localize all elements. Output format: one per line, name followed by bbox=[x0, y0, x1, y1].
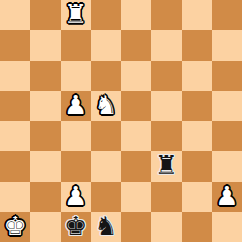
square-b4[interactable] bbox=[30, 121, 60, 151]
square-c1[interactable]: ♚ bbox=[61, 212, 91, 242]
square-c3[interactable] bbox=[61, 151, 91, 181]
square-g5[interactable] bbox=[182, 91, 212, 121]
square-h5[interactable] bbox=[212, 91, 242, 121]
square-c8[interactable]: ♜ bbox=[61, 0, 91, 30]
square-a2[interactable] bbox=[0, 182, 30, 212]
square-b6[interactable] bbox=[30, 61, 60, 91]
square-a7[interactable] bbox=[0, 30, 30, 60]
square-g2[interactable] bbox=[182, 182, 212, 212]
black-rook-f3[interactable]: ♜ bbox=[155, 151, 178, 180]
square-e4[interactable] bbox=[121, 121, 151, 151]
black-king-c1[interactable]: ♚ bbox=[64, 212, 87, 241]
square-d7[interactable] bbox=[91, 30, 121, 60]
square-b5[interactable] bbox=[30, 91, 60, 121]
square-f4[interactable] bbox=[151, 121, 181, 151]
square-d1[interactable]: ♞ bbox=[91, 212, 121, 242]
square-g3[interactable] bbox=[182, 151, 212, 181]
square-d4[interactable] bbox=[91, 121, 121, 151]
white-pawn-c2[interactable]: ♟ bbox=[64, 182, 87, 211]
white-pawn-c5[interactable]: ♟ bbox=[64, 91, 87, 120]
square-h3[interactable] bbox=[212, 151, 242, 181]
square-e7[interactable] bbox=[121, 30, 151, 60]
square-d2[interactable] bbox=[91, 182, 121, 212]
square-f7[interactable] bbox=[151, 30, 181, 60]
square-h7[interactable] bbox=[212, 30, 242, 60]
square-a5[interactable] bbox=[0, 91, 30, 121]
square-g6[interactable] bbox=[182, 61, 212, 91]
square-f5[interactable] bbox=[151, 91, 181, 121]
black-knight-d1[interactable]: ♞ bbox=[94, 212, 117, 241]
square-g7[interactable] bbox=[182, 30, 212, 60]
square-a6[interactable] bbox=[0, 61, 30, 91]
square-c4[interactable] bbox=[61, 121, 91, 151]
square-c2[interactable]: ♟ bbox=[61, 182, 91, 212]
square-e2[interactable] bbox=[121, 182, 151, 212]
square-d6[interactable] bbox=[91, 61, 121, 91]
square-h6[interactable] bbox=[212, 61, 242, 91]
square-f3[interactable]: ♜ bbox=[151, 151, 181, 181]
square-b3[interactable] bbox=[30, 151, 60, 181]
square-h2[interactable]: ♟ bbox=[212, 182, 242, 212]
chess-board: ♜♟♞♜♟♟♚♚♞ bbox=[0, 0, 242, 242]
square-e6[interactable] bbox=[121, 61, 151, 91]
square-h8[interactable] bbox=[212, 0, 242, 30]
square-f8[interactable] bbox=[151, 0, 181, 30]
square-c7[interactable] bbox=[61, 30, 91, 60]
square-e8[interactable] bbox=[121, 0, 151, 30]
white-knight-d5[interactable]: ♞ bbox=[94, 91, 117, 120]
square-g1[interactable] bbox=[182, 212, 212, 242]
square-f1[interactable] bbox=[151, 212, 181, 242]
white-king-a1[interactable]: ♚ bbox=[3, 212, 26, 241]
square-d3[interactable] bbox=[91, 151, 121, 181]
square-a1[interactable]: ♚ bbox=[0, 212, 30, 242]
square-h1[interactable] bbox=[212, 212, 242, 242]
square-a3[interactable] bbox=[0, 151, 30, 181]
square-e1[interactable] bbox=[121, 212, 151, 242]
square-e3[interactable] bbox=[121, 151, 151, 181]
square-a4[interactable] bbox=[0, 121, 30, 151]
square-g8[interactable] bbox=[182, 0, 212, 30]
square-f6[interactable] bbox=[151, 61, 181, 91]
square-b7[interactable] bbox=[30, 30, 60, 60]
square-d8[interactable] bbox=[91, 0, 121, 30]
square-g4[interactable] bbox=[182, 121, 212, 151]
white-rook-c8[interactable]: ♜ bbox=[64, 0, 87, 29]
square-h4[interactable] bbox=[212, 121, 242, 151]
square-b2[interactable] bbox=[30, 182, 60, 212]
white-pawn-h2[interactable]: ♟ bbox=[215, 182, 238, 211]
square-c6[interactable] bbox=[61, 61, 91, 91]
square-a8[interactable] bbox=[0, 0, 30, 30]
square-d5[interactable]: ♞ bbox=[91, 91, 121, 121]
square-e5[interactable] bbox=[121, 91, 151, 121]
square-c5[interactable]: ♟ bbox=[61, 91, 91, 121]
square-b8[interactable] bbox=[30, 0, 60, 30]
square-b1[interactable] bbox=[30, 212, 60, 242]
square-f2[interactable] bbox=[151, 182, 181, 212]
